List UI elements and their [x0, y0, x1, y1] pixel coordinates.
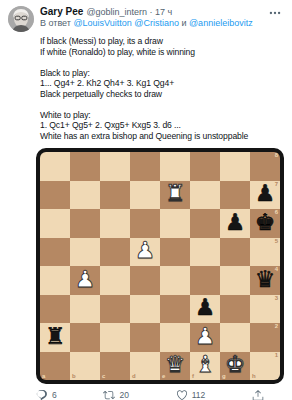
square-a5	[40, 238, 70, 267]
square-f8	[190, 152, 220, 181]
share-button[interactable]	[252, 389, 264, 400]
square-e3	[160, 295, 190, 324]
rank-label: 5	[275, 238, 278, 245]
square-f7	[190, 181, 220, 210]
white-pawn-f2: ♟	[195, 325, 216, 348]
square-g1: g♚	[220, 352, 250, 381]
black-king-h6: ♚	[255, 211, 276, 234]
square-b6	[70, 209, 100, 238]
square-h4: 4♛	[250, 266, 280, 295]
tweet-text-line: White to play:	[40, 110, 284, 121]
square-e4	[160, 266, 190, 295]
square-c1: c	[100, 352, 130, 381]
tweet-text-line: Black perpetually checks to draw	[40, 89, 284, 100]
square-g2	[220, 323, 250, 352]
retweet-count: 20	[119, 390, 128, 400]
square-e1: e♛	[160, 352, 190, 381]
square-e5	[160, 238, 190, 267]
square-b2	[70, 323, 100, 352]
square-a2: ♜	[40, 323, 70, 352]
white-pawn-d5: ♟	[135, 239, 156, 262]
tweet-text-line: If black (Messi) to play, its a draw	[40, 36, 284, 47]
square-c8	[100, 152, 130, 181]
rank-label: 3	[275, 295, 278, 302]
square-d3	[130, 295, 160, 324]
square-a1: a	[40, 352, 70, 381]
black-queen-h4: ♛	[255, 268, 276, 291]
mention-link[interactable]: @Cristiano	[132, 18, 179, 28]
square-b5	[70, 238, 100, 267]
square-b7	[70, 181, 100, 210]
action-bar: 6 20 112	[36, 389, 264, 400]
handle-and-time[interactable]: @goblin_intern · 17 ч	[86, 7, 172, 17]
square-e2	[160, 323, 190, 352]
name-line: Gary Pee@goblin_intern · 17 ч	[40, 6, 284, 18]
square-d4	[130, 266, 160, 295]
square-d7	[130, 181, 160, 210]
square-e8	[160, 152, 190, 181]
square-f1: f♝	[190, 352, 220, 381]
square-a4	[40, 266, 70, 295]
square-g4	[220, 266, 250, 295]
retweet-button[interactable]: 20	[103, 389, 128, 400]
square-f5	[190, 238, 220, 267]
square-d2	[130, 323, 160, 352]
file-label: f	[192, 373, 194, 380]
rank-label: 2	[275, 323, 278, 330]
reply-icon	[36, 389, 48, 400]
tweet-text: If black (Messi) to play, its a drawIf w…	[40, 36, 284, 141]
tweet-text-line: Black to play:	[40, 68, 284, 79]
like-count: 112	[192, 390, 206, 400]
square-f3: ♟	[190, 295, 220, 324]
square-h2: 2	[250, 323, 280, 352]
avatar-photo	[8, 6, 34, 32]
square-h5: 5	[250, 238, 280, 267]
square-c7	[100, 181, 130, 210]
tweet-text-line: 1. Qc1+ Qg5+ 2. Qxg5+ Kxg5 3. d6 ...	[40, 120, 284, 131]
tweet-text-line: White has an extra bishop and Queening i…	[40, 131, 284, 142]
rank-label: 1	[275, 352, 278, 359]
file-label: a	[42, 373, 45, 380]
tweet: Gary Pee@goblin_intern · 17 ч В ответ @L…	[0, 0, 292, 400]
mention-link[interactable]: @annieleibovitz	[186, 18, 252, 28]
tweet-text-line: If white (Ronaldo) to play, white is win…	[40, 47, 284, 58]
square-h8: 8	[250, 152, 280, 181]
tweet-text-line	[40, 99, 284, 110]
display-name[interactable]: Gary Pee	[40, 6, 83, 17]
share-icon	[252, 389, 264, 400]
square-d1: d	[130, 352, 160, 381]
rank-label: 8	[275, 152, 278, 159]
black-pawn-h7: ♟	[255, 182, 276, 205]
file-label: d	[132, 373, 136, 380]
more-icon	[268, 6, 282, 20]
reply-prefix-text: В ответ	[40, 18, 71, 28]
square-b8	[70, 152, 100, 181]
reply-button[interactable]: 6	[36, 389, 57, 400]
square-g8	[220, 152, 250, 181]
square-g7	[220, 181, 250, 210]
square-c5	[100, 238, 130, 267]
tweet-header: Gary Pee@goblin_intern · 17 ч В ответ @L…	[8, 6, 284, 32]
file-label: h	[252, 373, 256, 380]
square-a6	[40, 209, 70, 238]
square-h6: 6♚	[250, 209, 280, 238]
retweet-icon	[103, 389, 115, 400]
square-c2	[100, 323, 130, 352]
square-c4	[100, 266, 130, 295]
square-d5: ♟	[130, 238, 160, 267]
square-g3	[220, 295, 250, 324]
white-bishop-f1: ♝	[195, 353, 216, 376]
square-e7: ♜	[160, 181, 190, 210]
more-button[interactable]	[268, 6, 282, 24]
square-a8	[40, 152, 70, 181]
square-b3	[70, 295, 100, 324]
square-e6	[160, 209, 190, 238]
mention-link[interactable]: @LouisVuitton	[71, 18, 132, 28]
square-d6	[130, 209, 160, 238]
square-h3: 3	[250, 295, 280, 324]
square-b4: ♟	[70, 266, 100, 295]
square-c3	[100, 295, 130, 324]
square-b1: b	[70, 352, 100, 381]
square-c6	[100, 209, 130, 238]
black-pawn-g6: ♟	[225, 211, 246, 234]
file-label: b	[72, 373, 76, 380]
chess-board: 8♜7♟♟6♚♟5♟4♛♟3♜♟2abcde♛f♝g♚1h	[40, 152, 280, 380]
tweet-text-line	[40, 57, 284, 68]
like-button[interactable]: 112	[176, 389, 206, 400]
file-label: c	[102, 373, 105, 380]
square-a3	[40, 295, 70, 324]
square-d8	[130, 152, 160, 181]
chess-board-image[interactable]: 8♜7♟♟6♚♟5♟4♛♟3♜♟2abcde♛f♝g♚1h	[36, 148, 284, 384]
square-f6	[190, 209, 220, 238]
reply-count: 6	[52, 390, 57, 400]
white-king-g1: ♚	[225, 353, 246, 376]
white-pawn-b4: ♟	[75, 268, 96, 291]
replying-to-line: В ответ @LouisVuitton @Cristiano и @anni…	[40, 18, 284, 29]
white-rook-e7: ♜	[165, 182, 186, 205]
header-text: Gary Pee@goblin_intern · 17 ч В ответ @L…	[40, 6, 284, 29]
square-h1: 1h	[250, 352, 280, 381]
black-pawn-f3: ♟	[195, 296, 216, 319]
white-queen-e1: ♛	[165, 353, 186, 376]
square-g5	[220, 238, 250, 267]
black-rook-a2: ♜	[45, 325, 66, 348]
avatar[interactable]	[8, 6, 34, 32]
heart-icon	[176, 389, 188, 400]
square-a7	[40, 181, 70, 210]
square-f2: ♟	[190, 323, 220, 352]
square-f4	[190, 266, 220, 295]
square-g6: ♟	[220, 209, 250, 238]
tweet-text-line: 1... Qg4+ 2. Kh2 Qh4+ 3. Kg1 Qg4+	[40, 78, 284, 89]
square-h7: 7♟	[250, 181, 280, 210]
